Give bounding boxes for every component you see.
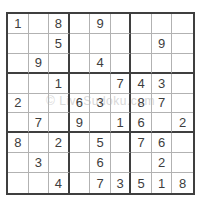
cell-r5c3[interactable] xyxy=(49,94,70,114)
cell-r1c8[interactable] xyxy=(152,14,173,34)
cell-r1c3[interactable]: 8 xyxy=(49,14,70,34)
cell-r4c2[interactable] xyxy=(29,74,50,94)
cell-r2c7[interactable] xyxy=(131,34,152,54)
cell-r3c6[interactable] xyxy=(111,54,132,74)
cell-r3c2[interactable]: 9 xyxy=(29,54,50,74)
cell-r9c1[interactable] xyxy=(8,173,29,193)
cell-r4c7[interactable]: 4 xyxy=(131,74,152,94)
cell-r8c5[interactable]: 6 xyxy=(90,153,111,173)
cell-r2c6[interactable] xyxy=(111,34,132,54)
cell-r5c9[interactable] xyxy=(172,94,193,114)
cell-r2c9[interactable] xyxy=(172,34,193,54)
cell-r5c6[interactable] xyxy=(111,94,132,114)
cell-r4c5[interactable] xyxy=(90,74,111,94)
cell-r9c3[interactable]: 4 xyxy=(49,173,70,193)
cell-r8c8[interactable]: 2 xyxy=(152,153,173,173)
cell-r2c3[interactable]: 5 xyxy=(49,34,70,54)
cell-r6c6[interactable]: 1 xyxy=(111,113,132,133)
cell-r5c7[interactable]: 8 xyxy=(131,94,152,114)
cell-r5c4[interactable]: 6 xyxy=(70,94,91,114)
cell-r4c6[interactable]: 7 xyxy=(111,74,132,94)
cell-r9c4[interactable] xyxy=(70,173,91,193)
cell-r7c5[interactable]: 5 xyxy=(90,133,111,153)
cell-r2c2[interactable] xyxy=(29,34,50,54)
cell-r6c4[interactable]: 9 xyxy=(70,113,91,133)
cell-r6c7[interactable]: 6 xyxy=(131,113,152,133)
cell-r6c9[interactable]: 2 xyxy=(172,113,193,133)
cell-r2c8[interactable]: 9 xyxy=(152,34,173,54)
cell-r2c4[interactable] xyxy=(70,34,91,54)
cell-r8c2[interactable]: 3 xyxy=(29,153,50,173)
cell-r7c1[interactable]: 8 xyxy=(8,133,29,153)
cell-r6c3[interactable] xyxy=(49,113,70,133)
cell-r7c6[interactable] xyxy=(111,133,132,153)
cell-r3c8[interactable] xyxy=(152,54,173,74)
cell-r7c2[interactable] xyxy=(29,133,50,153)
cell-r9c7[interactable]: 5 xyxy=(131,173,152,193)
cell-r1c4[interactable] xyxy=(70,14,91,34)
sudoku-page: © LiveSudoku.com 18959941743263877916282… xyxy=(0,0,200,200)
cell-r2c1[interactable] xyxy=(8,34,29,54)
cell-r3c5[interactable]: 4 xyxy=(90,54,111,74)
cell-r2c5[interactable] xyxy=(90,34,111,54)
cell-r3c4[interactable] xyxy=(70,54,91,74)
cell-r7c8[interactable]: 6 xyxy=(152,133,173,153)
cell-r8c1[interactable] xyxy=(8,153,29,173)
cell-r8c3[interactable] xyxy=(49,153,70,173)
cell-r7c3[interactable]: 2 xyxy=(49,133,70,153)
cell-r9c5[interactable]: 7 xyxy=(90,173,111,193)
cell-r9c9[interactable]: 8 xyxy=(172,173,193,193)
cell-r4c9[interactable] xyxy=(172,74,193,94)
cell-r3c3[interactable] xyxy=(49,54,70,74)
cell-r5c2[interactable] xyxy=(29,94,50,114)
cell-r1c7[interactable] xyxy=(131,14,152,34)
cell-r7c7[interactable]: 7 xyxy=(131,133,152,153)
cell-r7c9[interactable] xyxy=(172,133,193,153)
cell-r9c8[interactable]: 1 xyxy=(152,173,173,193)
cell-r4c1[interactable] xyxy=(8,74,29,94)
cell-r1c5[interactable]: 9 xyxy=(90,14,111,34)
cell-r6c8[interactable] xyxy=(152,113,173,133)
cell-r4c8[interactable]: 3 xyxy=(152,74,173,94)
cell-r5c1[interactable]: 2 xyxy=(8,94,29,114)
cell-r8c6[interactable] xyxy=(111,153,132,173)
cell-r1c2[interactable] xyxy=(29,14,50,34)
cell-r9c6[interactable]: 3 xyxy=(111,173,132,193)
cell-r1c6[interactable] xyxy=(111,14,132,34)
cell-r3c7[interactable] xyxy=(131,54,152,74)
cell-r5c8[interactable]: 7 xyxy=(152,94,173,114)
cell-r7c4[interactable] xyxy=(70,133,91,153)
cell-r6c2[interactable]: 7 xyxy=(29,113,50,133)
cell-r5c5[interactable]: 3 xyxy=(90,94,111,114)
cell-r1c9[interactable] xyxy=(172,14,193,34)
cell-r8c7[interactable] xyxy=(131,153,152,173)
cell-r8c4[interactable] xyxy=(70,153,91,173)
cell-r1c1[interactable]: 1 xyxy=(8,14,29,34)
cell-r6c5[interactable] xyxy=(90,113,111,133)
cell-r8c9[interactable] xyxy=(172,153,193,173)
cell-r3c1[interactable] xyxy=(8,54,29,74)
cell-r9c2[interactable] xyxy=(29,173,50,193)
cell-r4c3[interactable]: 1 xyxy=(49,74,70,94)
cell-r4c4[interactable] xyxy=(70,74,91,94)
cell-r6c1[interactable] xyxy=(8,113,29,133)
sudoku-board: 18959941743263877916282576362473518 xyxy=(6,12,195,195)
cell-r3c9[interactable] xyxy=(172,54,193,74)
